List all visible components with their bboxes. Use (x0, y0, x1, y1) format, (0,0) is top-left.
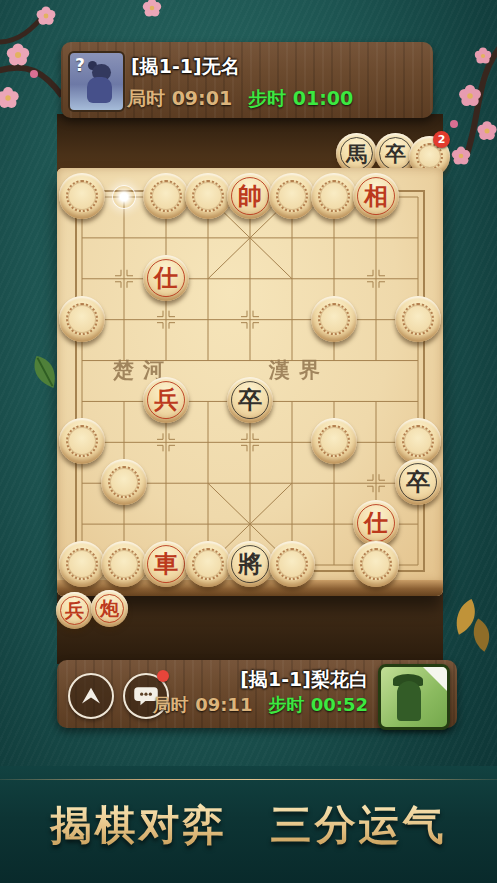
piece-face (360, 548, 392, 580)
board-piece-hidden-c0r0[interactable] (59, 173, 105, 219)
board-piece-仕-c2r2[interactable]: 仕 (143, 255, 189, 301)
board-piece-hidden-c3r9[interactable] (185, 541, 231, 587)
pieces-layer: 帥相仕兵卒卒仕車將 (57, 168, 443, 582)
board-piece-hidden-c8r3[interactable] (395, 296, 441, 342)
piece-face (192, 548, 224, 580)
bottom-move-time-value: 00:52 (311, 694, 368, 715)
chevron-up-icon (79, 684, 103, 708)
piece-face (108, 466, 140, 498)
piece-face (192, 180, 224, 212)
piece-face (318, 425, 350, 457)
piece-face (150, 180, 182, 212)
last-move-sparkle-indicator (112, 185, 136, 209)
piece-face (108, 548, 140, 580)
piece-face (402, 303, 434, 335)
piece-face: 兵 (147, 382, 185, 420)
board-piece-車-c2r9[interactable]: 車 (143, 541, 189, 587)
board-piece-hidden-c6r6[interactable] (311, 418, 357, 464)
top-player-timers: 局时 09:01步时 01:00 (127, 86, 353, 112)
collapse-button[interactable] (68, 673, 114, 719)
xiangqi-board[interactable]: 楚河 漢界 帥相仕兵卒卒仕車將 (57, 168, 443, 596)
bottom-player-name: [揭1-1]梨花白 (240, 667, 368, 693)
top-move-time-label: 步时 (248, 87, 286, 109)
board-piece-相-c7r0[interactable]: 相 (353, 173, 399, 219)
piece-face: 卒 (379, 137, 412, 170)
board-piece-hidden-c3r0[interactable] (185, 173, 231, 219)
board-piece-hidden-c2r0[interactable] (143, 173, 189, 219)
piece-face: 相 (357, 177, 395, 215)
board-piece-hidden-c7r9[interactable] (353, 541, 399, 587)
piece-face (66, 425, 98, 457)
board-piece-將-c4r9[interactable]: 將 (227, 541, 273, 587)
piece-face: 炮 (95, 594, 124, 623)
board-piece-仕-c7r8[interactable]: 仕 (353, 500, 399, 546)
piece-face: 卒 (399, 463, 437, 501)
chat-notification-dot (157, 670, 169, 682)
board-piece-hidden-c5r9[interactable] (269, 541, 315, 587)
captured-piece-炮: 炮 (91, 590, 128, 627)
top-game-time-label: 局时 (127, 87, 165, 109)
piece-face: 兵 (60, 596, 89, 625)
board-piece-hidden-c1r7[interactable] (101, 459, 147, 505)
piece-face: 帥 (231, 177, 269, 215)
piece-face (318, 303, 350, 335)
bottom-player-bar: [揭1-1]梨花白 局时 09:11步时 00:52 (57, 660, 457, 728)
app-screen: ? [揭1-1]无名 局时 09:01步时 01:00 馬卒2 楚河 漢界 帥相… (0, 0, 497, 883)
board-piece-hidden-c0r9[interactable] (59, 541, 105, 587)
top-game-time-value: 09:01 (172, 87, 232, 109)
piece-face: 仕 (147, 259, 185, 297)
top-move-time-value: 01:00 (293, 87, 353, 109)
bottom-game-time-label: 局时 (153, 694, 189, 715)
banner-slogan: 揭棋对弈 三分运气 (0, 798, 497, 853)
piece-face (402, 425, 434, 457)
captured-hidden-count-badge: 2 (433, 131, 450, 148)
top-player-avatar[interactable]: ? (68, 51, 125, 112)
piece-face (66, 180, 98, 212)
leaf-decoration-right (452, 596, 497, 656)
bottom-move-time-label: 步时 (268, 694, 304, 715)
captured-piece-兵: 兵 (56, 592, 93, 629)
piece-face: 將 (231, 545, 269, 583)
bottom-player-timers: 局时 09:11步时 00:52 (153, 693, 368, 717)
piece-face: 卒 (231, 382, 269, 420)
board-piece-hidden-c5r0[interactable] (269, 173, 315, 219)
piece-face (276, 548, 308, 580)
board-piece-hidden-c1r9[interactable] (101, 541, 147, 587)
piece-face: 車 (147, 545, 185, 583)
piece-face (66, 548, 98, 580)
board-piece-卒-c4r5[interactable]: 卒 (227, 378, 273, 424)
board-piece-hidden-c0r6[interactable] (59, 418, 105, 464)
board-piece-hidden-c0r3[interactable] (59, 296, 105, 342)
top-player-name: [揭1-1]无名 (131, 54, 240, 80)
board-piece-hidden-c6r3[interactable] (311, 296, 357, 342)
piece-face (318, 180, 350, 212)
piece-face (66, 303, 98, 335)
board-piece-帥-c4r0[interactable]: 帥 (227, 173, 273, 219)
board-piece-hidden-c8r6[interactable] (395, 418, 441, 464)
bottom-game-time-value: 09:11 (195, 694, 252, 715)
avatar-paper-fold (422, 666, 448, 692)
board-piece-兵-c2r5[interactable]: 兵 (143, 378, 189, 424)
avatar-question-mark: ? (75, 55, 85, 75)
board-piece-卒-c8r7[interactable]: 卒 (395, 459, 441, 505)
banner-divider-line (0, 779, 497, 780)
piece-face: 馬 (340, 137, 373, 170)
bottom-banner: 揭棋对弈 三分运气 (0, 766, 497, 883)
piece-face (276, 180, 308, 212)
captured-pieces-tray-bottom: 兵炮 (55, 590, 135, 634)
top-player-bar: ? [揭1-1]无名 局时 09:01步时 01:00 (61, 42, 433, 118)
bottom-player-avatar[interactable] (378, 664, 450, 730)
board-piece-hidden-c6r0[interactable] (311, 173, 357, 219)
piece-face: 仕 (357, 504, 395, 542)
